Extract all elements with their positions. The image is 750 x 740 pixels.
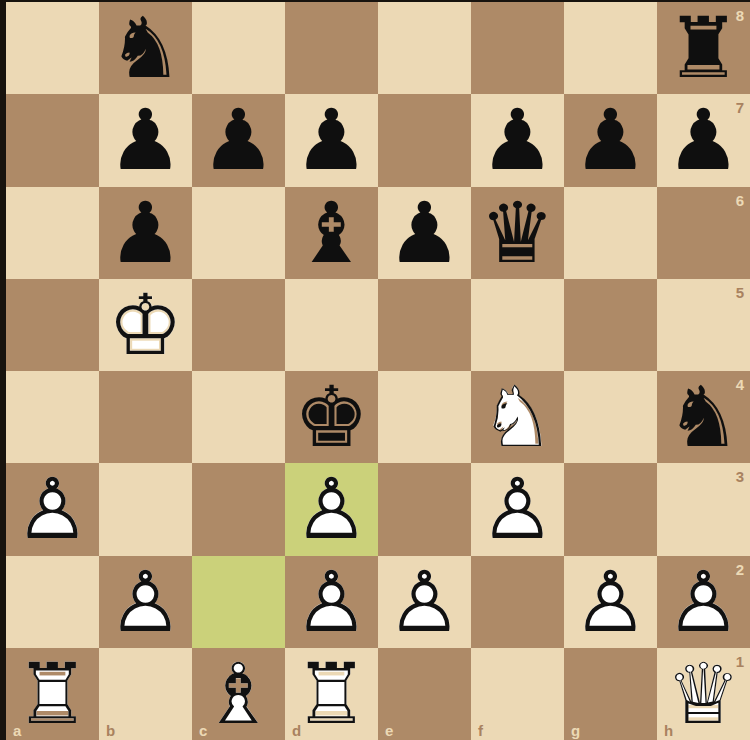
black-rook[interactable]: ♜ — [666, 6, 741, 90]
black-pawn[interactable]: ♟ — [666, 98, 741, 182]
square-h3[interactable]: 3 — [657, 463, 750, 555]
white-king[interactable]: ♚♔ — [108, 283, 183, 367]
square-b3[interactable] — [99, 463, 192, 555]
square-d4[interactable]: ♚ — [285, 371, 378, 463]
file-label-e: e — [385, 723, 393, 738]
black-king[interactable]: ♚ — [294, 375, 369, 459]
square-g8[interactable] — [564, 2, 657, 94]
square-h8[interactable]: ♜8 — [657, 2, 750, 94]
square-h5[interactable]: 5 — [657, 279, 750, 371]
square-g6[interactable] — [564, 187, 657, 279]
square-g7[interactable]: ♟ — [564, 94, 657, 186]
square-e7[interactable] — [378, 94, 471, 186]
white-pawn[interactable]: ♟♙ — [387, 560, 462, 644]
square-h2[interactable]: ♟♙2 — [657, 556, 750, 648]
square-d1[interactable]: ♜♖d — [285, 648, 378, 740]
white-pawn[interactable]: ♟♙ — [15, 467, 90, 551]
chess-board: ♞♜8♟♟♟♟♟♟7♟♝♟♛6♚♔5♚♞♘♞4♟♙♟♙♟♙3♟♙♟♙♟♙♟♙♟♙… — [6, 2, 750, 740]
square-h1[interactable]: ♛♕1h — [657, 648, 750, 740]
file-label-g: g — [571, 723, 580, 738]
white-pawn[interactable]: ♟♙ — [573, 560, 648, 644]
square-c6[interactable] — [192, 187, 285, 279]
white-rook[interactable]: ♜♖ — [15, 652, 90, 736]
square-b7[interactable]: ♟ — [99, 94, 192, 186]
square-c5[interactable] — [192, 279, 285, 371]
square-a1[interactable]: ♜♖a — [6, 648, 99, 740]
white-pawn[interactable]: ♟♙ — [666, 560, 741, 644]
square-b1[interactable]: b — [99, 648, 192, 740]
square-h6[interactable]: 6 — [657, 187, 750, 279]
white-pawn[interactable]: ♟♙ — [480, 467, 555, 551]
file-label-b: b — [106, 723, 115, 738]
square-b8[interactable]: ♞ — [99, 2, 192, 94]
white-pawn[interactable]: ♟♙ — [294, 560, 369, 644]
square-d8[interactable] — [285, 2, 378, 94]
square-f3[interactable]: ♟♙ — [471, 463, 564, 555]
square-a8[interactable] — [6, 2, 99, 94]
white-bishop[interactable]: ♝♗ — [201, 652, 276, 736]
square-c2[interactable] — [192, 556, 285, 648]
square-f7[interactable]: ♟ — [471, 94, 564, 186]
square-g3[interactable] — [564, 463, 657, 555]
black-pawn[interactable]: ♟ — [108, 98, 183, 182]
rank-label-3: 3 — [736, 469, 744, 484]
black-knight[interactable]: ♞ — [666, 375, 741, 459]
square-f6[interactable]: ♛ — [471, 187, 564, 279]
square-d7[interactable]: ♟ — [285, 94, 378, 186]
black-pawn[interactable]: ♟ — [573, 98, 648, 182]
square-e2[interactable]: ♟♙ — [378, 556, 471, 648]
square-b5[interactable]: ♚♔ — [99, 279, 192, 371]
square-c4[interactable] — [192, 371, 285, 463]
black-pawn[interactable]: ♟ — [108, 191, 183, 275]
square-g4[interactable] — [564, 371, 657, 463]
square-g2[interactable]: ♟♙ — [564, 556, 657, 648]
square-d6[interactable]: ♝ — [285, 187, 378, 279]
square-a6[interactable] — [6, 187, 99, 279]
square-a7[interactable] — [6, 94, 99, 186]
square-h4[interactable]: ♞4 — [657, 371, 750, 463]
square-a2[interactable] — [6, 556, 99, 648]
square-e4[interactable] — [378, 371, 471, 463]
square-a5[interactable] — [6, 279, 99, 371]
black-queen[interactable]: ♛ — [480, 191, 555, 275]
square-c7[interactable]: ♟ — [192, 94, 285, 186]
rank-label-5: 5 — [736, 285, 744, 300]
square-f5[interactable] — [471, 279, 564, 371]
square-d3[interactable]: ♟♙ — [285, 463, 378, 555]
file-label-f: f — [478, 723, 483, 738]
square-g1[interactable]: g — [564, 648, 657, 740]
square-e8[interactable] — [378, 2, 471, 94]
square-f1[interactable]: f — [471, 648, 564, 740]
square-b2[interactable]: ♟♙ — [99, 556, 192, 648]
square-a4[interactable] — [6, 371, 99, 463]
square-e5[interactable] — [378, 279, 471, 371]
white-knight[interactable]: ♞♘ — [480, 375, 555, 459]
black-pawn[interactable]: ♟ — [294, 98, 369, 182]
square-d5[interactable] — [285, 279, 378, 371]
square-f4[interactable]: ♞♘ — [471, 371, 564, 463]
rank-label-6: 6 — [736, 193, 744, 208]
square-h7[interactable]: ♟7 — [657, 94, 750, 186]
square-b6[interactable]: ♟ — [99, 187, 192, 279]
square-c1[interactable]: ♝♗c — [192, 648, 285, 740]
square-c8[interactable] — [192, 2, 285, 94]
white-pawn[interactable]: ♟♙ — [108, 560, 183, 644]
square-f8[interactable] — [471, 2, 564, 94]
square-f2[interactable] — [471, 556, 564, 648]
black-pawn[interactable]: ♟ — [387, 191, 462, 275]
square-e6[interactable]: ♟ — [378, 187, 471, 279]
black-knight[interactable]: ♞ — [108, 6, 183, 90]
square-d2[interactable]: ♟♙ — [285, 556, 378, 648]
white-pawn[interactable]: ♟♙ — [294, 467, 369, 551]
black-pawn[interactable]: ♟ — [201, 98, 276, 182]
square-e3[interactable] — [378, 463, 471, 555]
white-rook[interactable]: ♜♖ — [294, 652, 369, 736]
square-c3[interactable] — [192, 463, 285, 555]
square-b4[interactable] — [99, 371, 192, 463]
square-a3[interactable]: ♟♙ — [6, 463, 99, 555]
black-bishop[interactable]: ♝ — [294, 191, 369, 275]
black-pawn[interactable]: ♟ — [480, 98, 555, 182]
square-e1[interactable]: e — [378, 648, 471, 740]
square-g5[interactable] — [564, 279, 657, 371]
white-queen[interactable]: ♛♕ — [666, 652, 741, 736]
